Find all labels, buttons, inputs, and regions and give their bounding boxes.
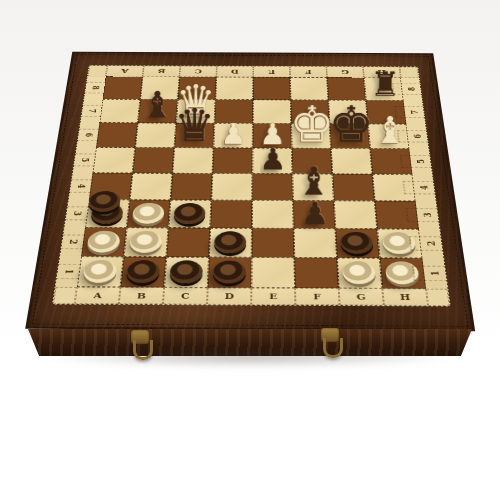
checker-dark[interactable]	[213, 261, 246, 284]
file-label-bottom-c: C	[163, 287, 208, 304]
square-b1[interactable]	[120, 257, 166, 288]
square-c6[interactable]: ♛	[174, 123, 214, 148]
square-e2[interactable]	[252, 228, 295, 257]
square-c2[interactable]	[166, 228, 210, 257]
corner-top-right	[400, 67, 419, 78]
square-c1[interactable]	[164, 257, 209, 288]
rank-label-left-5: 5	[64, 154, 105, 167]
file-label-bottom-f: F	[295, 288, 340, 305]
checker-dark[interactable]	[169, 260, 203, 283]
rank-label-right-1: 1	[412, 266, 457, 281]
rank-label-right-4: 4	[403, 181, 445, 194]
rank-label-right-8: 8	[392, 83, 431, 94]
square-f3[interactable]: ♟	[293, 201, 335, 229]
file-label-bottom-a: A	[75, 287, 121, 304]
square-c4[interactable]	[170, 173, 212, 200]
square-d5[interactable]	[212, 148, 252, 174]
checker-cream[interactable]	[132, 203, 165, 224]
rank-label-left-8: 8	[76, 82, 115, 93]
square-d3[interactable]	[210, 200, 252, 228]
square-g6[interactable]: ♚	[330, 124, 371, 149]
rank-label-left-6: 6	[68, 129, 108, 141]
square-c3[interactable]	[168, 200, 211, 228]
corner-top-left	[88, 66, 107, 77]
file-label-top-c: C	[179, 66, 216, 77]
rank-label-right-2: 2	[409, 236, 453, 250]
piece-black-bishop[interactable]: ♝	[141, 88, 173, 122]
square-g1[interactable]	[337, 258, 382, 289]
board-plate: ABCDEFGH 87654321 ♜♝♛♛♟♟♚♚♝♟♝♟ 87654321 …	[52, 65, 451, 306]
square-e5[interactable]: ♟	[252, 148, 292, 174]
brass-clasp-left	[129, 330, 151, 360]
rank-label-left-1: 1	[46, 264, 91, 279]
rank-label-left-3: 3	[55, 206, 98, 220]
piece-black-king[interactable]: ♚	[328, 101, 373, 148]
board-shadow	[40, 352, 460, 368]
file-label-top-d: D	[216, 66, 253, 77]
rank-label-right-5: 5	[400, 155, 441, 168]
clasp-loop	[323, 338, 343, 358]
square-g3[interactable]	[334, 201, 377, 229]
file-label-bottom-g: G	[339, 288, 384, 305]
rank-label-right-6: 6	[397, 130, 437, 142]
square-e1[interactable]	[251, 257, 295, 288]
square-f1[interactable]	[294, 258, 338, 289]
square-d8[interactable]	[215, 77, 253, 100]
square-d1[interactable]	[208, 257, 252, 288]
file-label-top-g: G	[326, 67, 364, 78]
square-b6[interactable]	[135, 123, 176, 148]
square-b4[interactable]	[130, 173, 173, 200]
checker-dark[interactable]	[214, 231, 246, 253]
checker-cream[interactable]	[342, 261, 376, 284]
corner-bottom-left	[53, 287, 77, 304]
file-labels-top: ABCDEFGH	[106, 66, 401, 78]
square-d2[interactable]	[209, 228, 252, 257]
piece-white-king[interactable]: ♚	[289, 101, 334, 148]
square-c5[interactable]	[172, 148, 213, 174]
file-label-bottom-b: B	[119, 287, 164, 304]
square-g2[interactable]	[335, 229, 379, 258]
rank-label-right-3: 3	[406, 208, 449, 222]
square-e4[interactable]	[252, 174, 293, 201]
checker-dark[interactable]	[173, 203, 205, 224]
file-label-bottom-e: E	[251, 288, 295, 305]
square-g4[interactable]	[332, 174, 374, 201]
rank-label-right-7: 7	[395, 106, 435, 118]
chess-board: ABCDEFGH 87654321 ♜♝♛♛♟♟♚♚♝♟♝♟ 87654321 …	[25, 52, 475, 332]
file-label-top-f: F	[290, 66, 327, 77]
photo-scene: ABCDEFGH 87654321 ♜♝♛♛♟♟♚♚♝♟♝♟ 87654321 …	[0, 0, 500, 500]
file-label-top-b: B	[143, 66, 181, 77]
file-label-top-h: H	[363, 67, 401, 78]
checker-dark[interactable]	[340, 232, 373, 254]
square-e8[interactable]	[253, 77, 291, 100]
square-d4[interactable]	[211, 173, 252, 200]
corner-bottom-right	[426, 289, 450, 306]
clasp-loop	[133, 340, 153, 360]
square-e3[interactable]	[252, 200, 294, 228]
file-label-top-a: A	[106, 66, 144, 77]
file-labels-bottom: ABCDEFGH	[75, 287, 428, 306]
piece-black-queen[interactable]: ♛	[174, 104, 215, 147]
square-f6[interactable]: ♚	[291, 124, 331, 149]
file-label-top-e: E	[253, 66, 290, 77]
square-b7[interactable]: ♝	[138, 99, 178, 123]
square-f2[interactable]	[294, 228, 337, 257]
checker-dark[interactable]	[126, 260, 161, 283]
rank-label-left-4: 4	[60, 179, 102, 192]
file-label-bottom-h: H	[382, 289, 428, 306]
brass-clasp-right	[319, 328, 341, 358]
square-b5[interactable]	[132, 147, 174, 173]
rank-label-left-2: 2	[51, 235, 95, 249]
file-label-bottom-d: D	[207, 288, 251, 305]
piece-black-pawn[interactable]: ♟	[301, 199, 329, 228]
piece-black-pawn[interactable]: ♟	[259, 145, 285, 173]
board-squares: ♜♝♛♛♟♟♚♚♝♟♝♟	[77, 76, 426, 288]
square-g5[interactable]	[331, 148, 372, 174]
checker-cream[interactable]	[129, 231, 163, 253]
square-b2[interactable]	[124, 228, 169, 257]
square-d6[interactable]: ♟	[213, 123, 252, 148]
square-b3[interactable]	[127, 200, 171, 228]
rank-label-left-7: 7	[72, 105, 112, 117]
piece-white-pawn[interactable]: ♟	[220, 120, 246, 147]
